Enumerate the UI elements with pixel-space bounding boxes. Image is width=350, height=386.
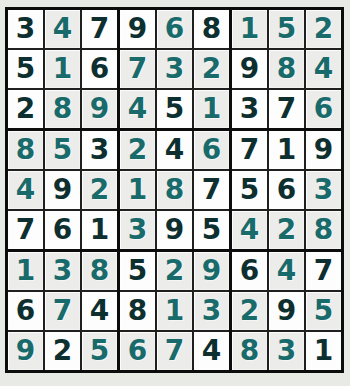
sudoku-cell-r4c4: 2 xyxy=(120,131,155,169)
sudoku-cell-r9c2: 2 xyxy=(45,332,80,370)
sudoku-cell-r2c4: 7 xyxy=(120,50,155,88)
sudoku-cell-r7c9: 7 xyxy=(306,252,341,290)
sudoku-cell-r2c9: 4 xyxy=(306,50,341,88)
sudoku-cell-r4c9: 9 xyxy=(306,131,341,169)
sudoku-cell-r2c8: 8 xyxy=(269,50,304,88)
sudoku-cell-r5c1: 4 xyxy=(8,171,43,209)
sudoku-box-5: 246187395 xyxy=(120,131,229,249)
sudoku-cell-r1c7: 1 xyxy=(232,10,267,48)
sudoku-cell-r3c3: 9 xyxy=(82,90,117,128)
sudoku-cell-r9c6: 4 xyxy=(194,332,229,370)
sudoku-cell-r5c7: 5 xyxy=(232,171,267,209)
sudoku-cell-r7c1: 1 xyxy=(8,252,43,290)
sudoku-cell-r2c1: 5 xyxy=(8,50,43,88)
sudoku-cell-r5c4: 1 xyxy=(120,171,155,209)
sudoku-cell-r2c6: 2 xyxy=(194,50,229,88)
sudoku-cell-r7c5: 2 xyxy=(157,252,192,290)
sudoku-cell-r3c2: 8 xyxy=(45,90,80,128)
sudoku-cell-r8c1: 6 xyxy=(8,292,43,330)
sudoku-cell-r1c8: 5 xyxy=(269,10,304,48)
sudoku-cell-r6c5: 9 xyxy=(157,211,192,249)
sudoku-box-4: 853492761 xyxy=(8,131,117,249)
sudoku-cell-r8c3: 4 xyxy=(82,292,117,330)
sudoku-box-3: 152984376 xyxy=(232,10,341,128)
sudoku-cell-r7c2: 3 xyxy=(45,252,80,290)
sudoku-cell-r2c2: 1 xyxy=(45,50,80,88)
sudoku-cell-r6c2: 6 xyxy=(45,211,80,249)
sudoku-box-9: 647295831 xyxy=(232,252,341,370)
sudoku-cell-r1c1: 3 xyxy=(8,10,43,48)
sudoku-cell-r3c5: 5 xyxy=(157,90,192,128)
sudoku-box-8: 529813674 xyxy=(120,252,229,370)
sudoku-cell-r3c9: 6 xyxy=(306,90,341,128)
sudoku-cell-r4c7: 7 xyxy=(232,131,267,169)
sudoku-cell-r2c7: 9 xyxy=(232,50,267,88)
sudoku-cell-r1c9: 2 xyxy=(306,10,341,48)
sudoku-box-7: 138674925 xyxy=(8,252,117,370)
sudoku-board: 3475162899687324511529843768534927612461… xyxy=(5,7,344,373)
sudoku-cell-r8c5: 1 xyxy=(157,292,192,330)
sudoku-cell-r7c3: 8 xyxy=(82,252,117,290)
sudoku-cell-r6c1: 7 xyxy=(8,211,43,249)
sudoku-cell-r8c4: 8 xyxy=(120,292,155,330)
sudoku-cell-r6c8: 2 xyxy=(269,211,304,249)
sudoku-cell-r6c3: 1 xyxy=(82,211,117,249)
sudoku-cell-r3c1: 2 xyxy=(8,90,43,128)
sudoku-cell-r9c4: 6 xyxy=(120,332,155,370)
sudoku-cell-r7c4: 5 xyxy=(120,252,155,290)
sudoku-cell-r7c6: 9 xyxy=(194,252,229,290)
sudoku-cell-r9c1: 9 xyxy=(8,332,43,370)
sudoku-box-2: 968732451 xyxy=(120,10,229,128)
sudoku-cell-r5c6: 7 xyxy=(194,171,229,209)
sudoku-cell-r7c7: 6 xyxy=(232,252,267,290)
sudoku-cell-r8c6: 3 xyxy=(194,292,229,330)
sudoku-box-1: 347516289 xyxy=(8,10,117,128)
sudoku-cell-r1c4: 9 xyxy=(120,10,155,48)
sudoku-cell-r4c6: 6 xyxy=(194,131,229,169)
sudoku-cell-r3c8: 7 xyxy=(269,90,304,128)
sudoku-cell-r1c3: 7 xyxy=(82,10,117,48)
sudoku-cell-r5c5: 8 xyxy=(157,171,192,209)
sudoku-cell-r8c9: 5 xyxy=(306,292,341,330)
sudoku-cell-r9c8: 3 xyxy=(269,332,304,370)
sudoku-cell-r6c4: 3 xyxy=(120,211,155,249)
sudoku-cell-r4c8: 1 xyxy=(269,131,304,169)
sudoku-cell-r1c2: 4 xyxy=(45,10,80,48)
sudoku-cell-r9c5: 7 xyxy=(157,332,192,370)
sudoku-cell-r7c8: 4 xyxy=(269,252,304,290)
sudoku-cell-r4c5: 4 xyxy=(157,131,192,169)
sudoku-cell-r9c7: 8 xyxy=(232,332,267,370)
sudoku-cell-r5c2: 9 xyxy=(45,171,80,209)
sudoku-cell-r2c5: 3 xyxy=(157,50,192,88)
sudoku-cell-r4c3: 3 xyxy=(82,131,117,169)
sudoku-box-6: 719563428 xyxy=(232,131,341,249)
sudoku-cell-r6c9: 8 xyxy=(306,211,341,249)
sudoku-cell-r3c7: 3 xyxy=(232,90,267,128)
page-background: 3475162899687324511529843768534927612461… xyxy=(0,0,350,386)
sudoku-cell-r9c3: 5 xyxy=(82,332,117,370)
sudoku-cell-r4c1: 8 xyxy=(8,131,43,169)
sudoku-cell-r8c8: 9 xyxy=(269,292,304,330)
sudoku-cell-r2c3: 6 xyxy=(82,50,117,88)
sudoku-cell-r3c4: 4 xyxy=(120,90,155,128)
sudoku-cell-r3c6: 1 xyxy=(194,90,229,128)
sudoku-cell-r6c7: 4 xyxy=(232,211,267,249)
sudoku-cell-r5c3: 2 xyxy=(82,171,117,209)
sudoku-cell-r5c8: 6 xyxy=(269,171,304,209)
sudoku-cell-r6c6: 5 xyxy=(194,211,229,249)
sudoku-cell-r1c5: 6 xyxy=(157,10,192,48)
sudoku-cell-r1c6: 8 xyxy=(194,10,229,48)
sudoku-cell-r8c2: 7 xyxy=(45,292,80,330)
sudoku-cell-r8c7: 2 xyxy=(232,292,267,330)
sudoku-cell-r9c9: 1 xyxy=(306,332,341,370)
sudoku-cell-r4c2: 5 xyxy=(45,131,80,169)
sudoku-cell-r5c9: 3 xyxy=(306,171,341,209)
